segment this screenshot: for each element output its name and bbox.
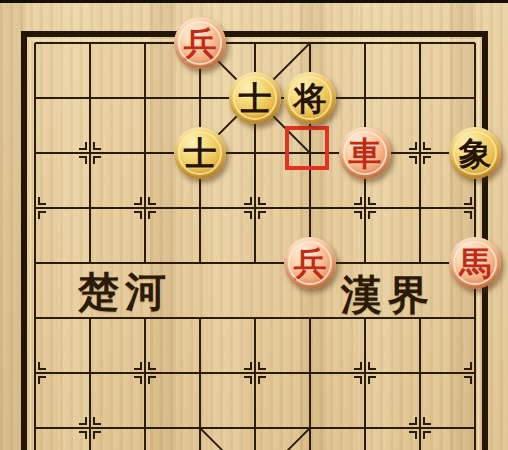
- piece-red-soldier-1[interactable]: 兵: [174, 17, 226, 69]
- piece-red-chariot[interactable]: 車: [339, 127, 391, 179]
- piece-black-advisor-2[interactable]: 士: [174, 127, 226, 179]
- piece-red-soldier-2[interactable]: 兵: [284, 237, 336, 289]
- board-canvas: 楚河 漢界 兵士将士車象兵馬: [0, 0, 508, 450]
- piece-black-elephant[interactable]: 象: [449, 127, 501, 179]
- piece-red-horse[interactable]: 馬: [449, 237, 501, 289]
- river-label-han-jie: 漢界: [341, 268, 435, 323]
- river-label-chu-he: 楚河: [78, 265, 172, 320]
- board-surface[interactable]: [0, 0, 508, 450]
- piece-black-advisor-1[interactable]: 士: [229, 72, 281, 124]
- piece-black-general[interactable]: 将: [284, 72, 336, 124]
- last-move-highlight-square: [285, 126, 329, 170]
